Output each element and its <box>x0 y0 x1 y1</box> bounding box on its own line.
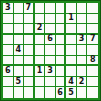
cell-r9c5[interactable] <box>45 87 56 98</box>
cell-r5c7[interactable] <box>66 45 77 56</box>
cell-r9c1[interactable] <box>3 87 14 98</box>
cell-r8c9[interactable] <box>87 77 98 88</box>
cell-r4c4[interactable] <box>35 35 46 46</box>
cell-r9c2[interactable] <box>14 87 25 98</box>
cell-r1c2[interactable] <box>14 3 25 14</box>
cell-r7c3[interactable] <box>24 66 35 77</box>
cell-r2c8[interactable] <box>77 14 88 25</box>
cell-r1c5[interactable] <box>45 3 56 14</box>
cell-r7c9[interactable] <box>87 66 98 77</box>
cell-r6c9[interactable]: 8 <box>87 56 98 67</box>
cell-r2c9[interactable] <box>87 14 98 25</box>
cell-r3c7[interactable] <box>66 24 77 35</box>
cell-r7c7[interactable] <box>66 66 77 77</box>
cell-r8c6[interactable] <box>56 77 67 88</box>
cell-r9c4[interactable] <box>35 87 46 98</box>
cell-r2c5[interactable] <box>45 14 56 25</box>
cell-r6c8[interactable] <box>77 56 88 67</box>
cell-r7c4[interactable]: 1 <box>35 66 46 77</box>
cell-r9c9[interactable] <box>87 87 98 98</box>
cell-r3c8[interactable] <box>77 24 88 35</box>
cell-r8c8[interactable]: 2 <box>77 77 88 88</box>
cell-r6c7[interactable] <box>66 56 77 67</box>
cell-r2c1[interactable] <box>3 14 14 25</box>
cell-r6c1[interactable] <box>3 56 14 67</box>
cell-r3c1[interactable] <box>3 24 14 35</box>
cell-r8c5[interactable] <box>45 77 56 88</box>
cell-r1c1[interactable]: 3 <box>3 3 14 14</box>
cell-r9c6[interactable]: 6 <box>56 87 67 98</box>
cell-r6c3[interactable] <box>24 56 35 67</box>
cell-r9c3[interactable] <box>24 87 35 98</box>
cell-r1c6[interactable] <box>56 3 67 14</box>
cell-r7c8[interactable] <box>77 66 88 77</box>
cell-r4c1[interactable] <box>3 35 14 46</box>
cell-r8c4[interactable] <box>35 77 46 88</box>
cell-r3c3[interactable] <box>24 24 35 35</box>
cell-r6c6[interactable] <box>56 56 67 67</box>
cell-r3c2[interactable] <box>14 24 25 35</box>
cell-r5c6[interactable] <box>56 45 67 56</box>
cell-r4c6[interactable] <box>56 35 67 46</box>
cell-r3c4[interactable]: 2 <box>35 24 46 35</box>
cell-r4c3[interactable] <box>24 35 35 46</box>
cell-r1c8[interactable] <box>77 3 88 14</box>
cell-r8c7[interactable]: 4 <box>66 77 77 88</box>
cell-r2c3[interactable] <box>24 14 35 25</box>
cell-r4c5[interactable]: 6 <box>45 35 56 46</box>
cell-r8c2[interactable]: 5 <box>14 77 25 88</box>
cell-r4c7[interactable] <box>66 35 77 46</box>
cell-r1c7[interactable] <box>66 3 77 14</box>
cell-r2c6[interactable] <box>56 14 67 25</box>
cell-r5c4[interactable] <box>35 45 46 56</box>
cell-r5c3[interactable] <box>24 45 35 56</box>
cell-r9c8[interactable] <box>77 87 88 98</box>
cell-r2c2[interactable] <box>14 14 25 25</box>
sudoku-board: 37126374861354265 <box>0 0 101 101</box>
sudoku-grid: 37126374861354265 <box>3 3 98 98</box>
cell-r9c7[interactable]: 5 <box>66 87 77 98</box>
cell-r7c6[interactable] <box>56 66 67 77</box>
cell-r5c8[interactable] <box>77 45 88 56</box>
cell-r3c9[interactable] <box>87 24 98 35</box>
cell-r1c9[interactable] <box>87 3 98 14</box>
cell-r4c2[interactable] <box>14 35 25 46</box>
cell-r3c5[interactable] <box>45 24 56 35</box>
cell-r5c1[interactable] <box>3 45 14 56</box>
cell-r1c3[interactable]: 7 <box>24 3 35 14</box>
cell-r4c8[interactable]: 3 <box>77 35 88 46</box>
cell-r6c5[interactable] <box>45 56 56 67</box>
cell-r7c5[interactable]: 3 <box>45 66 56 77</box>
cell-r7c2[interactable] <box>14 66 25 77</box>
cell-r1c4[interactable] <box>35 3 46 14</box>
cell-r8c1[interactable] <box>3 77 14 88</box>
cell-r6c4[interactable] <box>35 56 46 67</box>
cell-r6c2[interactable] <box>14 56 25 67</box>
cell-r5c2[interactable]: 4 <box>14 45 25 56</box>
cell-r3c6[interactable] <box>56 24 67 35</box>
cell-r7c1[interactable]: 6 <box>3 66 14 77</box>
cell-r8c3[interactable] <box>24 77 35 88</box>
cell-r5c5[interactable] <box>45 45 56 56</box>
cell-r2c7[interactable]: 1 <box>66 14 77 25</box>
cell-r4c9[interactable]: 7 <box>87 35 98 46</box>
